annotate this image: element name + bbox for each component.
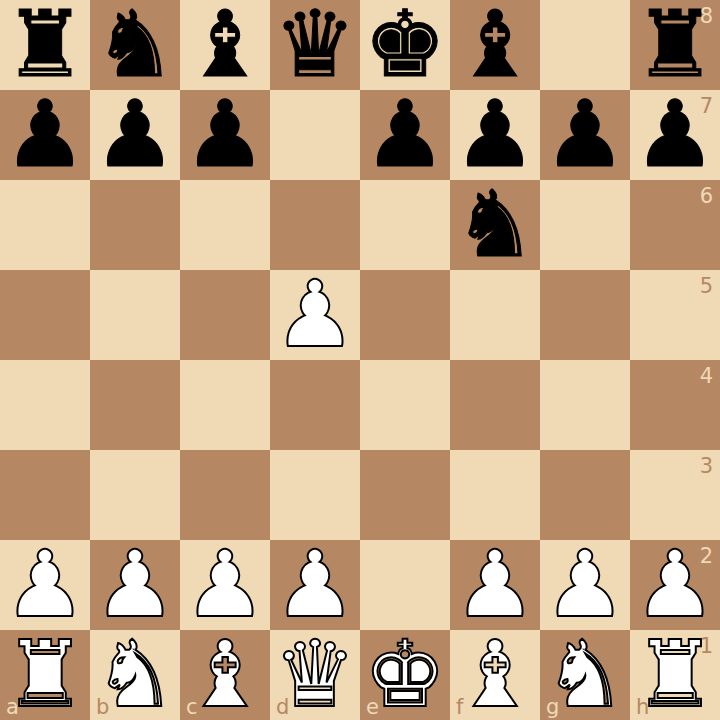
square-a3[interactable] bbox=[0, 450, 90, 540]
piece-black-pawn[interactable]: ♟ bbox=[454, 90, 536, 180]
square-c2[interactable]: ♟ bbox=[180, 540, 270, 630]
square-g2[interactable]: ♟ bbox=[540, 540, 630, 630]
square-a8[interactable]: ♜ bbox=[0, 0, 90, 90]
square-f2[interactable]: ♟ bbox=[450, 540, 540, 630]
square-c7[interactable]: ♟ bbox=[180, 90, 270, 180]
square-h5[interactable] bbox=[630, 270, 720, 360]
piece-black-rook[interactable]: ♜ bbox=[4, 0, 86, 90]
square-c6[interactable] bbox=[180, 180, 270, 270]
piece-black-pawn[interactable]: ♟ bbox=[634, 90, 716, 180]
piece-white-pawn[interactable]: ♟ bbox=[454, 540, 536, 630]
piece-black-queen[interactable]: ♛ bbox=[274, 0, 356, 90]
piece-white-pawn[interactable]: ♟ bbox=[274, 540, 356, 630]
square-b7[interactable]: ♟ bbox=[90, 90, 180, 180]
square-c3[interactable] bbox=[180, 450, 270, 540]
square-a6[interactable] bbox=[0, 180, 90, 270]
square-g5[interactable] bbox=[540, 270, 630, 360]
piece-black-knight[interactable]: ♞ bbox=[94, 0, 176, 90]
square-h8[interactable]: ♜ bbox=[630, 0, 720, 90]
piece-white-knight[interactable]: ♞ bbox=[94, 630, 176, 720]
square-c4[interactable] bbox=[180, 360, 270, 450]
square-e6[interactable] bbox=[360, 180, 450, 270]
square-g4[interactable] bbox=[540, 360, 630, 450]
square-g7[interactable]: ♟ bbox=[540, 90, 630, 180]
piece-white-pawn[interactable]: ♟ bbox=[184, 540, 266, 630]
square-b4[interactable] bbox=[90, 360, 180, 450]
chess-board: ♜ ♞ ♝ ♛ ♚ ♝ ♜ ♟ ♟ ♟ ♟ ♟ ♟ ♟ ♞ ♟ ♟ ♟ ♟ ♟ bbox=[0, 0, 720, 720]
square-f5[interactable] bbox=[450, 270, 540, 360]
square-e5[interactable] bbox=[360, 270, 450, 360]
piece-white-rook[interactable]: ♜ bbox=[4, 630, 86, 720]
square-h4[interactable] bbox=[630, 360, 720, 450]
square-d5[interactable]: ♟ bbox=[270, 270, 360, 360]
square-f7[interactable]: ♟ bbox=[450, 90, 540, 180]
piece-black-bishop[interactable]: ♝ bbox=[454, 0, 536, 90]
piece-white-pawn[interactable]: ♟ bbox=[4, 540, 86, 630]
square-e7[interactable]: ♟ bbox=[360, 90, 450, 180]
square-f8[interactable]: ♝ bbox=[450, 0, 540, 90]
piece-white-bishop[interactable]: ♝ bbox=[184, 630, 266, 720]
piece-white-pawn[interactable]: ♟ bbox=[94, 540, 176, 630]
square-e3[interactable] bbox=[360, 450, 450, 540]
square-e1[interactable]: ♚ bbox=[360, 630, 450, 720]
square-h3[interactable] bbox=[630, 450, 720, 540]
square-d8[interactable]: ♛ bbox=[270, 0, 360, 90]
square-e8[interactable]: ♚ bbox=[360, 0, 450, 90]
piece-black-rook[interactable]: ♜ bbox=[634, 0, 716, 90]
square-b2[interactable]: ♟ bbox=[90, 540, 180, 630]
square-e4[interactable] bbox=[360, 360, 450, 450]
piece-black-pawn[interactable]: ♟ bbox=[4, 90, 86, 180]
square-f4[interactable] bbox=[450, 360, 540, 450]
square-f1[interactable]: ♝ bbox=[450, 630, 540, 720]
square-b8[interactable]: ♞ bbox=[90, 0, 180, 90]
square-g8[interactable] bbox=[540, 0, 630, 90]
square-b1[interactable]: ♞ bbox=[90, 630, 180, 720]
square-f6[interactable]: ♞ bbox=[450, 180, 540, 270]
piece-white-king[interactable]: ♚ bbox=[364, 630, 446, 720]
square-c5[interactable] bbox=[180, 270, 270, 360]
piece-white-pawn[interactable]: ♟ bbox=[544, 540, 626, 630]
square-d3[interactable] bbox=[270, 450, 360, 540]
square-g3[interactable] bbox=[540, 450, 630, 540]
square-a7[interactable]: ♟ bbox=[0, 90, 90, 180]
square-h2[interactable]: ♟ bbox=[630, 540, 720, 630]
square-d1[interactable]: ♛ bbox=[270, 630, 360, 720]
piece-white-knight[interactable]: ♞ bbox=[544, 630, 626, 720]
square-d2[interactable]: ♟ bbox=[270, 540, 360, 630]
piece-black-pawn[interactable]: ♟ bbox=[364, 90, 446, 180]
piece-white-pawn[interactable]: ♟ bbox=[274, 270, 356, 360]
square-d7[interactable] bbox=[270, 90, 360, 180]
square-b3[interactable] bbox=[90, 450, 180, 540]
piece-black-pawn[interactable]: ♟ bbox=[544, 90, 626, 180]
square-d4[interactable] bbox=[270, 360, 360, 450]
square-a2[interactable]: ♟ bbox=[0, 540, 90, 630]
piece-black-pawn[interactable]: ♟ bbox=[184, 90, 266, 180]
square-d6[interactable] bbox=[270, 180, 360, 270]
square-a5[interactable] bbox=[0, 270, 90, 360]
piece-black-pawn[interactable]: ♟ bbox=[94, 90, 176, 180]
square-a1[interactable]: ♜ bbox=[0, 630, 90, 720]
square-f3[interactable] bbox=[450, 450, 540, 540]
square-a4[interactable] bbox=[0, 360, 90, 450]
square-h1[interactable]: ♜ bbox=[630, 630, 720, 720]
square-g1[interactable]: ♞ bbox=[540, 630, 630, 720]
square-c1[interactable]: ♝ bbox=[180, 630, 270, 720]
square-g6[interactable] bbox=[540, 180, 630, 270]
piece-white-queen[interactable]: ♛ bbox=[274, 630, 356, 720]
square-h7[interactable]: ♟ bbox=[630, 90, 720, 180]
piece-black-king[interactable]: ♚ bbox=[364, 0, 446, 90]
square-b6[interactable] bbox=[90, 180, 180, 270]
piece-white-pawn[interactable]: ♟ bbox=[634, 540, 716, 630]
piece-white-rook[interactable]: ♜ bbox=[634, 630, 716, 720]
square-c8[interactable]: ♝ bbox=[180, 0, 270, 90]
square-e2[interactable] bbox=[360, 540, 450, 630]
square-h6[interactable] bbox=[630, 180, 720, 270]
piece-white-bishop[interactable]: ♝ bbox=[454, 630, 536, 720]
piece-black-bishop[interactable]: ♝ bbox=[184, 0, 266, 90]
square-b5[interactable] bbox=[90, 270, 180, 360]
piece-black-knight[interactable]: ♞ bbox=[454, 180, 536, 270]
